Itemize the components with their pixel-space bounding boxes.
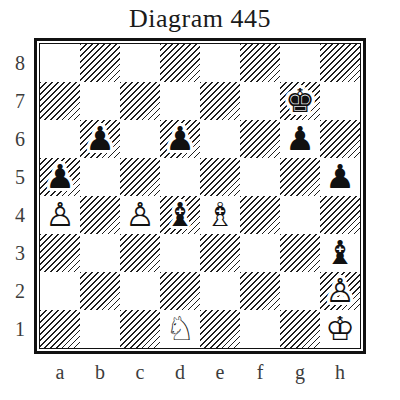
square-g1[interactable] bbox=[280, 310, 320, 348]
square-h6[interactable] bbox=[320, 120, 360, 158]
square-c3[interactable] bbox=[120, 234, 160, 272]
square-h5[interactable]: ♟ bbox=[320, 158, 360, 196]
square-h8[interactable] bbox=[320, 44, 360, 82]
file-labels: a b c d e f g h bbox=[40, 361, 400, 383]
file-label-e: e bbox=[200, 361, 240, 383]
square-g3[interactable] bbox=[280, 234, 320, 272]
square-e5[interactable] bbox=[200, 158, 240, 196]
white-king-icon: ♔ bbox=[325, 310, 355, 348]
white-pawn-icon: ♙ bbox=[325, 272, 355, 310]
rank-label-8: 8 bbox=[0, 44, 25, 82]
square-e4[interactable]: ♗ bbox=[200, 196, 240, 234]
diagram-page: Diagram 445 8 7 6 5 4 3 2 1 ♚♟♟♟♟♟♙♙♝♗♝♙… bbox=[0, 0, 400, 400]
square-b6[interactable]: ♟ bbox=[80, 120, 120, 158]
black-pawn-icon: ♟ bbox=[85, 120, 115, 158]
square-b3[interactable] bbox=[80, 234, 120, 272]
square-e1[interactable] bbox=[200, 310, 240, 348]
square-a7[interactable] bbox=[40, 82, 80, 120]
square-c6[interactable] bbox=[120, 120, 160, 158]
square-d3[interactable] bbox=[160, 234, 200, 272]
diagram-title: Diagram 445 bbox=[0, 4, 400, 34]
black-pawn-icon: ♟ bbox=[325, 158, 355, 196]
square-b1[interactable] bbox=[80, 310, 120, 348]
square-g4[interactable] bbox=[280, 196, 320, 234]
square-b2[interactable] bbox=[80, 272, 120, 310]
square-f3[interactable] bbox=[240, 234, 280, 272]
square-c5[interactable] bbox=[120, 158, 160, 196]
square-b7[interactable] bbox=[80, 82, 120, 120]
white-knight-icon: ♘ bbox=[165, 310, 195, 348]
square-e6[interactable] bbox=[200, 120, 240, 158]
square-f8[interactable] bbox=[240, 44, 280, 82]
square-a5[interactable]: ♟ bbox=[40, 158, 80, 196]
square-g6[interactable]: ♟ bbox=[280, 120, 320, 158]
square-f2[interactable] bbox=[240, 272, 280, 310]
rank-label-6: 6 bbox=[0, 120, 25, 158]
square-a3[interactable] bbox=[40, 234, 80, 272]
rank-label-3: 3 bbox=[0, 234, 25, 272]
square-h3[interactable]: ♝ bbox=[320, 234, 360, 272]
square-c8[interactable] bbox=[120, 44, 160, 82]
square-c2[interactable] bbox=[120, 272, 160, 310]
board: ♚♟♟♟♟♟♙♙♝♗♝♙♘♔ bbox=[40, 44, 360, 348]
white-pawn-icon: ♙ bbox=[45, 196, 75, 234]
square-d1[interactable]: ♘ bbox=[160, 310, 200, 348]
black-bishop-icon: ♝ bbox=[325, 234, 355, 272]
file-label-d: d bbox=[160, 361, 200, 383]
square-e7[interactable] bbox=[200, 82, 240, 120]
board-border: ♚♟♟♟♟♟♙♙♝♗♝♙♘♔ bbox=[34, 38, 366, 354]
square-d7[interactable] bbox=[160, 82, 200, 120]
square-b8[interactable] bbox=[80, 44, 120, 82]
square-e8[interactable] bbox=[200, 44, 240, 82]
square-g8[interactable] bbox=[280, 44, 320, 82]
square-b5[interactable] bbox=[80, 158, 120, 196]
black-pawn-icon: ♟ bbox=[45, 158, 75, 196]
rank-labels: 8 7 6 5 4 3 2 1 bbox=[0, 44, 34, 348]
rank-label-2: 2 bbox=[0, 272, 25, 310]
square-a4[interactable]: ♙ bbox=[40, 196, 80, 234]
black-pawn-icon: ♟ bbox=[165, 120, 195, 158]
rank-label-7: 7 bbox=[0, 82, 25, 120]
square-a1[interactable] bbox=[40, 310, 80, 348]
square-g5[interactable] bbox=[280, 158, 320, 196]
file-label-b: b bbox=[80, 361, 120, 383]
square-f6[interactable] bbox=[240, 120, 280, 158]
black-pawn-icon: ♟ bbox=[285, 120, 315, 158]
square-f5[interactable] bbox=[240, 158, 280, 196]
file-label-g: g bbox=[280, 361, 320, 383]
square-d4[interactable]: ♝ bbox=[160, 196, 200, 234]
white-bishop-icon: ♗ bbox=[205, 196, 235, 234]
black-king-icon: ♚ bbox=[285, 82, 315, 120]
square-f1[interactable] bbox=[240, 310, 280, 348]
square-b4[interactable] bbox=[80, 196, 120, 234]
square-d8[interactable] bbox=[160, 44, 200, 82]
board-inner-border: ♚♟♟♟♟♟♙♙♝♗♝♙♘♔ bbox=[39, 43, 361, 349]
square-e2[interactable] bbox=[200, 272, 240, 310]
square-e3[interactable] bbox=[200, 234, 240, 272]
square-d6[interactable]: ♟ bbox=[160, 120, 200, 158]
square-f7[interactable] bbox=[240, 82, 280, 120]
square-a8[interactable] bbox=[40, 44, 80, 82]
square-h7[interactable] bbox=[320, 82, 360, 120]
file-label-a: a bbox=[40, 361, 80, 383]
square-g2[interactable] bbox=[280, 272, 320, 310]
square-g7[interactable]: ♚ bbox=[280, 82, 320, 120]
file-label-c: c bbox=[120, 361, 160, 383]
square-c4[interactable]: ♙ bbox=[120, 196, 160, 234]
rank-label-1: 1 bbox=[0, 310, 25, 348]
square-a2[interactable] bbox=[40, 272, 80, 310]
square-d2[interactable] bbox=[160, 272, 200, 310]
square-h1[interactable]: ♔ bbox=[320, 310, 360, 348]
board-area: 8 7 6 5 4 3 2 1 ♚♟♟♟♟♟♙♙♝♗♝♙♘♔ bbox=[0, 38, 400, 354]
square-a6[interactable] bbox=[40, 120, 80, 158]
rank-label-4: 4 bbox=[0, 196, 25, 234]
white-pawn-icon: ♙ bbox=[125, 196, 155, 234]
square-c7[interactable] bbox=[120, 82, 160, 120]
square-h4[interactable] bbox=[320, 196, 360, 234]
rank-label-5: 5 bbox=[0, 158, 25, 196]
square-d5[interactable] bbox=[160, 158, 200, 196]
file-label-f: f bbox=[240, 361, 280, 383]
square-f4[interactable] bbox=[240, 196, 280, 234]
file-label-h: h bbox=[320, 361, 360, 383]
black-bishop-icon: ♝ bbox=[165, 196, 195, 234]
square-h2[interactable]: ♙ bbox=[320, 272, 360, 310]
square-c1[interactable] bbox=[120, 310, 160, 348]
